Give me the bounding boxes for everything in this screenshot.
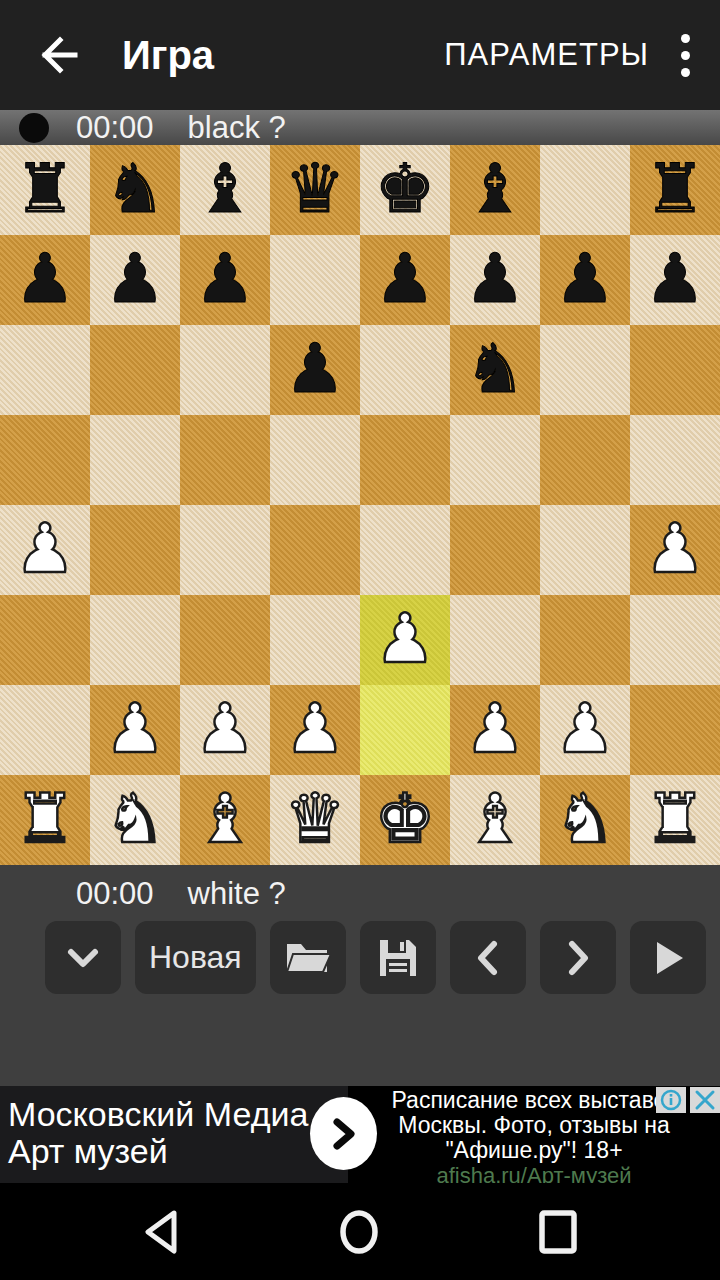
square-h6[interactable] — [630, 325, 720, 415]
new-game-button[interactable]: Новая — [135, 921, 256, 994]
square-f1[interactable]: ♝ — [450, 775, 540, 865]
white-pawn: ♟ — [90, 685, 180, 775]
square-b6[interactable] — [90, 325, 180, 415]
square-e2[interactable] — [360, 685, 450, 775]
app-screen: Игра ПАРАМЕТРЫ 00:00 black ? ♜♞♝♛♚♝♜♟♟♟♟… — [0, 0, 720, 1280]
square-c7[interactable]: ♟ — [180, 235, 270, 325]
white-pawn: ♟ — [0, 505, 90, 595]
white-pawn: ♟ — [540, 685, 630, 775]
square-h3[interactable] — [630, 595, 720, 685]
black-player-bar: 00:00 black ? — [0, 110, 720, 145]
black-king: ♚ — [360, 145, 450, 235]
white-pawn: ♟ — [180, 685, 270, 775]
ad-close-icon[interactable] — [690, 1087, 720, 1113]
square-c2[interactable]: ♟ — [180, 685, 270, 775]
square-g4[interactable] — [540, 505, 630, 595]
square-h8[interactable]: ♜ — [630, 145, 720, 235]
white-pawn: ♟ — [450, 685, 540, 775]
square-e8[interactable]: ♚ — [360, 145, 450, 235]
square-c8[interactable]: ♝ — [180, 145, 270, 235]
square-g1[interactable]: ♞ — [540, 775, 630, 865]
square-d5[interactable] — [270, 415, 360, 505]
page-title: Игра — [122, 33, 214, 78]
square-g3[interactable] — [540, 595, 630, 685]
ad-headline[interactable]: Московский Медиа Арт музей — [0, 1086, 348, 1183]
black-pawn: ♟ — [0, 235, 90, 325]
next-move-button[interactable] — [540, 921, 616, 994]
square-e4[interactable] — [360, 505, 450, 595]
square-h1[interactable]: ♜ — [630, 775, 720, 865]
square-a6[interactable] — [0, 325, 90, 415]
square-a7[interactable]: ♟ — [0, 235, 90, 325]
square-c4[interactable] — [180, 505, 270, 595]
square-b1[interactable]: ♞ — [90, 775, 180, 865]
save-floppy-icon — [377, 937, 419, 979]
square-g6[interactable] — [540, 325, 630, 415]
square-b4[interactable] — [90, 505, 180, 595]
square-a5[interactable] — [0, 415, 90, 505]
nav-back-icon[interactable] — [142, 1210, 180, 1254]
ad-choices-icon[interactable] — [656, 1087, 686, 1113]
square-f6[interactable]: ♞ — [450, 325, 540, 415]
overflow-menu-icon[interactable] — [675, 28, 696, 83]
black-color-disc-icon — [19, 113, 49, 143]
square-e7[interactable]: ♟ — [360, 235, 450, 325]
black-pawn: ♟ — [90, 235, 180, 325]
app-bar: Игра ПАРАМЕТРЫ — [0, 0, 720, 110]
square-e3[interactable]: ♟ — [360, 595, 450, 685]
black-pawn: ♟ — [540, 235, 630, 325]
square-f5[interactable] — [450, 415, 540, 505]
play-button[interactable] — [630, 921, 706, 994]
black-rook: ♜ — [0, 145, 90, 235]
square-a1[interactable]: ♜ — [0, 775, 90, 865]
square-b7[interactable]: ♟ — [90, 235, 180, 325]
parameters-button[interactable]: ПАРАМЕТРЫ — [444, 37, 649, 73]
square-g5[interactable] — [540, 415, 630, 505]
game-toolbar: Новая — [45, 921, 720, 994]
square-b2[interactable]: ♟ — [90, 685, 180, 775]
black-knight: ♞ — [450, 325, 540, 415]
square-d1[interactable]: ♛ — [270, 775, 360, 865]
white-clock: 00:00 — [76, 876, 154, 912]
square-e5[interactable] — [360, 415, 450, 505]
square-b3[interactable] — [90, 595, 180, 685]
white-queen: ♛ — [270, 775, 360, 865]
square-c1[interactable]: ♝ — [180, 775, 270, 865]
chevron-left-icon — [468, 936, 508, 980]
white-player-name: white ? — [188, 876, 286, 912]
black-rook: ♜ — [630, 145, 720, 235]
black-clock: 00:00 — [76, 110, 154, 146]
square-c3[interactable] — [180, 595, 270, 685]
white-king: ♚ — [360, 775, 450, 865]
square-f8[interactable]: ♝ — [450, 145, 540, 235]
black-pawn: ♟ — [270, 325, 360, 415]
android-nav-bar — [0, 1183, 720, 1280]
white-pawn: ♟ — [270, 685, 360, 775]
black-player-name: black ? — [188, 110, 286, 146]
square-c6[interactable] — [180, 325, 270, 415]
white-pawn: ♟ — [360, 595, 450, 685]
square-f3[interactable] — [450, 595, 540, 685]
white-pawn: ♟ — [630, 505, 720, 595]
black-knight: ♞ — [90, 145, 180, 235]
previous-move-button[interactable] — [450, 921, 526, 994]
square-d7[interactable] — [270, 235, 360, 325]
black-bishop: ♝ — [450, 145, 540, 235]
open-folder-icon — [285, 938, 331, 978]
save-game-button[interactable] — [360, 921, 436, 994]
square-a2[interactable] — [0, 685, 90, 775]
back-arrow-icon[interactable] — [30, 29, 82, 81]
white-bishop: ♝ — [450, 775, 540, 865]
nav-recents-icon[interactable] — [538, 1210, 578, 1254]
square-b8[interactable]: ♞ — [90, 145, 180, 235]
square-b5[interactable] — [90, 415, 180, 505]
chevron-right-icon — [327, 1114, 361, 1154]
square-a4[interactable]: ♟ — [0, 505, 90, 595]
white-knight: ♞ — [540, 775, 630, 865]
square-h4[interactable]: ♟ — [630, 505, 720, 595]
black-pawn: ♟ — [630, 235, 720, 325]
square-h7[interactable]: ♟ — [630, 235, 720, 325]
square-g2[interactable]: ♟ — [540, 685, 630, 775]
square-d8[interactable]: ♛ — [270, 145, 360, 235]
square-a3[interactable] — [0, 595, 90, 685]
bottom-panel: 00:00 white ? Новая — [0, 865, 720, 1086]
square-f2[interactable]: ♟ — [450, 685, 540, 775]
open-game-button[interactable] — [270, 921, 346, 994]
square-g8[interactable] — [540, 145, 630, 235]
square-g7[interactable]: ♟ — [540, 235, 630, 325]
square-d6[interactable]: ♟ — [270, 325, 360, 415]
chevron-right-icon — [558, 936, 598, 980]
nav-home-icon[interactable] — [338, 1209, 380, 1255]
black-pawn: ♟ — [180, 235, 270, 325]
black-pawn: ♟ — [360, 235, 450, 325]
white-knight: ♞ — [90, 775, 180, 865]
ad-banner[interactable]: Московский Медиа Арт музей Расписание вс… — [0, 1086, 720, 1183]
square-d3[interactable] — [270, 595, 360, 685]
play-icon — [648, 936, 688, 980]
square-a8[interactable]: ♜ — [0, 145, 90, 235]
square-f7[interactable]: ♟ — [450, 235, 540, 325]
expand-button[interactable] — [45, 921, 121, 994]
white-rook: ♜ — [630, 775, 720, 865]
white-bishop: ♝ — [180, 775, 270, 865]
chess-board[interactable]: ♜♞♝♛♚♝♜♟♟♟♟♟♟♟♟♞♟♟♟♟♟♟♟♟♜♞♝♛♚♝♞♜ — [0, 145, 720, 865]
ad-arrow-button[interactable] — [310, 1097, 377, 1170]
black-bishop: ♝ — [180, 145, 270, 235]
square-f4[interactable] — [450, 505, 540, 595]
white-player-bar: 00:00 white ? — [0, 865, 720, 911]
black-queen: ♛ — [270, 145, 360, 235]
square-e1[interactable]: ♚ — [360, 775, 450, 865]
square-h2[interactable] — [630, 685, 720, 775]
square-d2[interactable]: ♟ — [270, 685, 360, 775]
square-h5[interactable] — [630, 415, 720, 505]
square-c5[interactable] — [180, 415, 270, 505]
square-e6[interactable] — [360, 325, 450, 415]
square-d4[interactable] — [270, 505, 360, 595]
white-rook: ♜ — [0, 775, 90, 865]
black-pawn: ♟ — [450, 235, 540, 325]
